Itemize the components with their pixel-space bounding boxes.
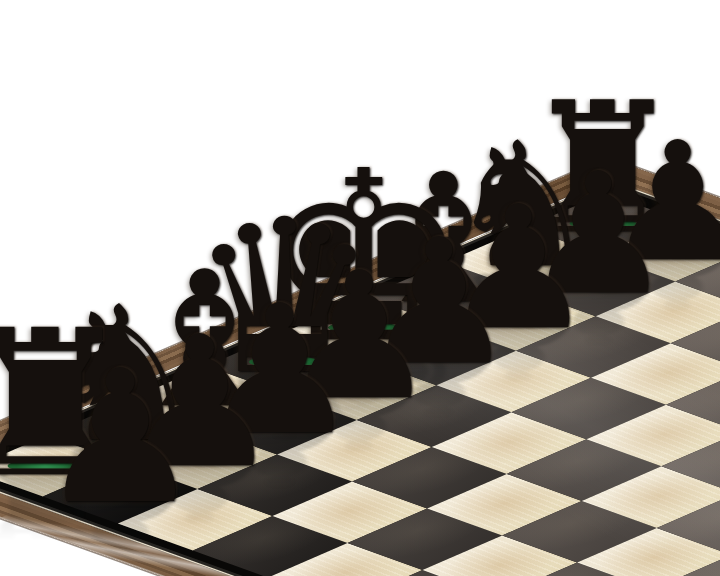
piece-black-pawn-a7[interactable]: ♟ xyxy=(38,346,202,529)
pieces-layer: ♜♜♞♞♝♝♛♛♚♚♝♝♞♞♜♜♟♟♟♟♟♟♟♟♟♟♟♟♟♟♟♟ xyxy=(0,0,720,576)
product-photo-scene: ♜♜♞♞♝♝♛♛♚♚♝♝♞♞♜♜♟♟♟♟♟♟♟♟♟♟♟♟♟♟♟♟ xyxy=(0,0,720,576)
